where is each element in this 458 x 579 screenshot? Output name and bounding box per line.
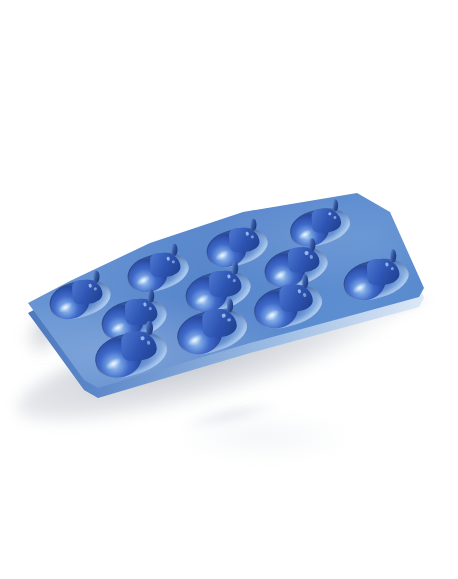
floor-reflection-wash (148, 416, 378, 458)
pear-stem (93, 271, 99, 283)
ice-cube-tray (0, 0, 458, 579)
pear-stem (250, 219, 256, 231)
pear-stem (148, 289, 154, 302)
pear-stem (309, 238, 315, 251)
product-photo (0, 0, 458, 579)
front-edge-reflection (164, 391, 298, 440)
pear-stem (171, 244, 177, 256)
pear-stem (232, 261, 238, 274)
pear-stem (390, 249, 396, 262)
